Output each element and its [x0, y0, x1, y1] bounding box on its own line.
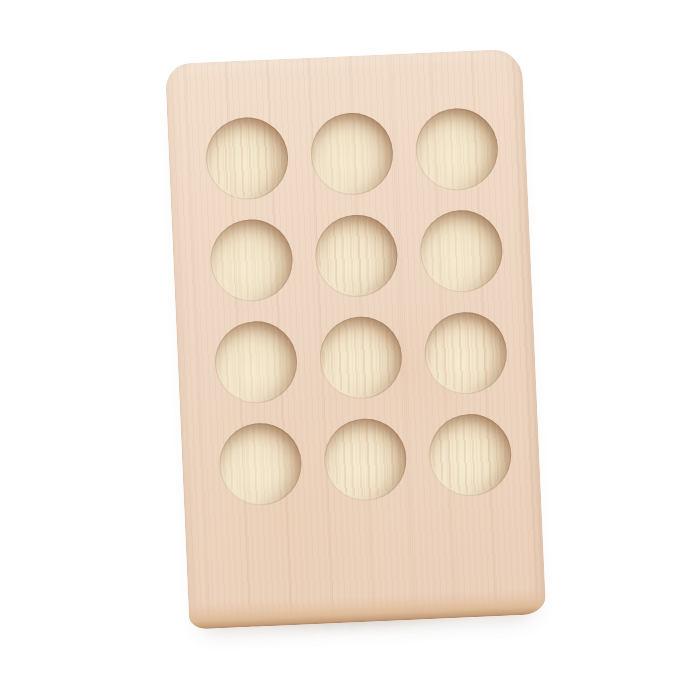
pit-r1c3[interactable]	[414, 107, 499, 192]
product-photo-scene	[0, 0, 700, 700]
pit-r2c3[interactable]	[419, 209, 504, 294]
pit-r3c3[interactable]	[423, 310, 508, 395]
pit-r1c1[interactable]	[204, 116, 289, 201]
pit-r4c2[interactable]	[323, 417, 408, 502]
pit-r4c3[interactable]	[427, 412, 512, 497]
mancala-board	[165, 48, 546, 629]
pit-r2c2[interactable]	[314, 213, 399, 298]
pit-r3c1[interactable]	[213, 320, 298, 405]
pit-r1c2[interactable]	[309, 111, 394, 196]
pit-r4c1[interactable]	[218, 422, 303, 507]
pit-r3c2[interactable]	[318, 315, 403, 400]
pit-grid	[204, 107, 513, 507]
pit-r2c1[interactable]	[209, 218, 294, 303]
